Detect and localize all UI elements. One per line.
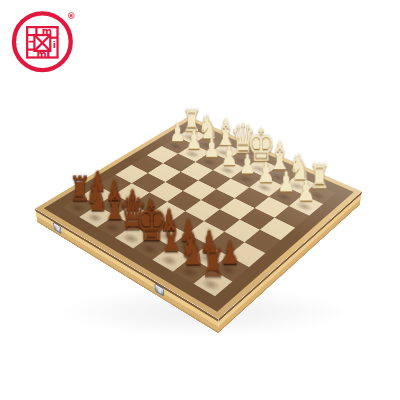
- logo-letter-left: i: [25, 40, 36, 43]
- board-top-face: ♜♞♝♛♚♝♞♜♟♟♟♟♟♟♟♟♟♟♟♟♟♟♟♟♜♞♝♛♚♝♞♜: [35, 116, 362, 319]
- latch-icon: [155, 283, 165, 297]
- chess-set: ♜♞♝♛♚♝♞♜♟♟♟♟♟♟♟♟♟♟♟♟♟♟♟♟♜♞♝♛♚♝♞♜: [85, 84, 317, 316]
- product-photo: m i i m ® ♜♞♝♛♚♝♞♜♟♟♟♟♟♟♟♟♟♟♟♟♟♟♟♟♜♞♝♛♚♝…: [0, 0, 400, 400]
- latch-icon: [53, 222, 62, 235]
- piece-white-pawn: ♟: [289, 148, 323, 204]
- logo-letter-bottom: m: [37, 49, 47, 60]
- piece-black-rook: ♜: [194, 218, 233, 282]
- board-walnut-panel: ♜♞♝♛♚♝♞♜♟♟♟♟♟♟♟♟♟♟♟♟♟♟♟♟♜♞♝♛♚♝♞♜: [44, 120, 354, 312]
- registered-trademark-icon: ®: [67, 11, 76, 21]
- square: ♟: [289, 195, 323, 216]
- logo-letter-top: m: [42, 26, 52, 37]
- brand-logo-mark: m i i m ®: [10, 8, 76, 74]
- chess-board: ♜♞♝♛♚♝♞♜♟♟♟♟♟♟♟♟♟♟♟♟♟♟♟♟♜♞♝♛♚♝♞♜: [35, 116, 362, 319]
- brand-logo: m i i m ®: [10, 8, 76, 74]
- board-grid: ♜♞♝♛♚♝♞♜♟♟♟♟♟♟♟♟♟♟♟♟♟♟♟♟♜♞♝♛♚♝♞♜: [63, 128, 336, 296]
- square: ♜: [193, 269, 232, 296]
- logo-letter-right: i: [53, 39, 56, 50]
